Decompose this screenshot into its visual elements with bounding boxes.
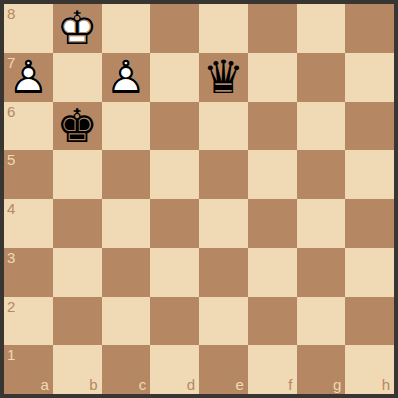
square-d1[interactable]: d	[150, 345, 199, 394]
square-c5[interactable]	[102, 150, 151, 199]
white-pawn-outline-glyph: ♙	[102, 53, 151, 102]
square-c4[interactable]	[102, 199, 151, 248]
square-d7[interactable]	[150, 53, 199, 102]
file-label-e: e	[235, 377, 243, 392]
square-e7[interactable]: ♛	[199, 53, 248, 102]
rank-label-5: 5	[7, 152, 15, 167]
white-pawn-outline-glyph: ♙	[4, 53, 53, 102]
square-g8[interactable]	[297, 4, 346, 53]
file-label-d: d	[187, 377, 195, 392]
chess-board: 8♚♔7♟♙♟♙♛6♚54321abcdefgh	[4, 4, 394, 394]
square-b8[interactable]: ♚♔	[53, 4, 102, 53]
square-f4[interactable]	[248, 199, 297, 248]
piece-white-pawn-a7[interactable]: ♟♙	[4, 53, 53, 102]
rank-label-8: 8	[7, 6, 15, 21]
rank-label-4: 4	[7, 201, 15, 216]
square-a3[interactable]: 3	[4, 248, 53, 297]
square-e6[interactable]	[199, 102, 248, 151]
square-g5[interactable]	[297, 150, 346, 199]
square-g4[interactable]	[297, 199, 346, 248]
file-label-h: h	[382, 377, 390, 392]
square-a6[interactable]: 6	[4, 102, 53, 151]
square-f2[interactable]	[248, 297, 297, 346]
square-b1[interactable]: b	[53, 345, 102, 394]
square-g7[interactable]	[297, 53, 346, 102]
square-e2[interactable]	[199, 297, 248, 346]
square-h3[interactable]	[345, 248, 394, 297]
white-king-outline-glyph: ♔	[53, 4, 102, 53]
square-f5[interactable]	[248, 150, 297, 199]
square-h5[interactable]	[345, 150, 394, 199]
square-c8[interactable]	[102, 4, 151, 53]
square-f3[interactable]	[248, 248, 297, 297]
rank-label-6: 6	[7, 104, 15, 119]
square-f7[interactable]	[248, 53, 297, 102]
square-d2[interactable]	[150, 297, 199, 346]
square-b5[interactable]	[53, 150, 102, 199]
rank-label-1: 1	[7, 347, 15, 362]
square-b6[interactable]: ♚	[53, 102, 102, 151]
square-e8[interactable]	[199, 4, 248, 53]
square-e5[interactable]	[199, 150, 248, 199]
rank-label-2: 2	[7, 299, 15, 314]
file-label-g: g	[333, 377, 341, 392]
piece-black-queen-e7[interactable]: ♛	[199, 53, 248, 102]
square-b7[interactable]	[53, 53, 102, 102]
square-b3[interactable]	[53, 248, 102, 297]
square-b2[interactable]	[53, 297, 102, 346]
square-h2[interactable]	[345, 297, 394, 346]
square-g6[interactable]	[297, 102, 346, 151]
black-king-glyph: ♚	[53, 102, 102, 151]
square-h4[interactable]	[345, 199, 394, 248]
square-d5[interactable]	[150, 150, 199, 199]
square-e3[interactable]	[199, 248, 248, 297]
square-a2[interactable]: 2	[4, 297, 53, 346]
square-d8[interactable]	[150, 4, 199, 53]
square-h6[interactable]	[345, 102, 394, 151]
square-d6[interactable]	[150, 102, 199, 151]
square-b4[interactable]	[53, 199, 102, 248]
square-c1[interactable]: c	[102, 345, 151, 394]
square-e4[interactable]	[199, 199, 248, 248]
square-c7[interactable]: ♟♙	[102, 53, 151, 102]
piece-white-king-b8[interactable]: ♚♔	[53, 4, 102, 53]
square-f6[interactable]	[248, 102, 297, 151]
square-d3[interactable]	[150, 248, 199, 297]
square-a5[interactable]: 5	[4, 150, 53, 199]
square-a8[interactable]: 8	[4, 4, 53, 53]
square-a7[interactable]: 7♟♙	[4, 53, 53, 102]
file-label-c: c	[139, 377, 147, 392]
piece-white-pawn-c7[interactable]: ♟♙	[102, 53, 151, 102]
file-label-f: f	[288, 377, 292, 392]
file-label-b: b	[89, 377, 97, 392]
square-c2[interactable]	[102, 297, 151, 346]
square-g2[interactable]	[297, 297, 346, 346]
square-a1[interactable]: 1a	[4, 345, 53, 394]
square-h8[interactable]	[345, 4, 394, 53]
file-label-a: a	[40, 377, 48, 392]
square-h1[interactable]: h	[345, 345, 394, 394]
rank-label-3: 3	[7, 250, 15, 265]
square-d4[interactable]	[150, 199, 199, 248]
square-g1[interactable]: g	[297, 345, 346, 394]
square-a4[interactable]: 4	[4, 199, 53, 248]
piece-black-king-b6[interactable]: ♚	[53, 102, 102, 151]
square-e1[interactable]: e	[199, 345, 248, 394]
square-f1[interactable]: f	[248, 345, 297, 394]
square-c6[interactable]	[102, 102, 151, 151]
square-g3[interactable]	[297, 248, 346, 297]
square-h7[interactable]	[345, 53, 394, 102]
chess-board-frame: 8♚♔7♟♙♟♙♛6♚54321abcdefgh	[0, 0, 398, 398]
square-c3[interactable]	[102, 248, 151, 297]
black-queen-glyph: ♛	[199, 53, 248, 102]
square-f8[interactable]	[248, 4, 297, 53]
